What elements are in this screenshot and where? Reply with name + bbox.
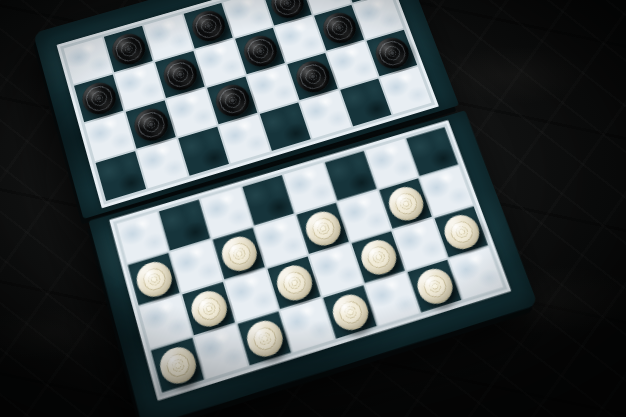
- white-checker[interactable]: [272, 261, 316, 305]
- photo-scene: [0, 0, 626, 417]
- black-checker[interactable]: [239, 32, 280, 71]
- white-checker[interactable]: [328, 290, 373, 334]
- white-checker[interactable]: [242, 316, 286, 361]
- white-checker[interactable]: [187, 286, 231, 330]
- checkers-board: [33, 0, 535, 417]
- white-checker[interactable]: [439, 211, 483, 253]
- black-checker[interactable]: [188, 7, 229, 45]
- white-checker[interactable]: [384, 183, 428, 225]
- black-checker[interactable]: [292, 57, 334, 96]
- white-checker[interactable]: [217, 232, 260, 275]
- black-checker[interactable]: [318, 9, 359, 47]
- black-checker[interactable]: [211, 81, 253, 121]
- white-checker[interactable]: [301, 207, 344, 249]
- white-checker[interactable]: [356, 236, 400, 279]
- white-checker[interactable]: [412, 264, 457, 308]
- white-checker[interactable]: [132, 257, 175, 300]
- black-checker[interactable]: [159, 55, 200, 94]
- black-checker[interactable]: [130, 104, 171, 144]
- black-checker[interactable]: [371, 34, 413, 73]
- black-checker[interactable]: [78, 79, 119, 119]
- white-checker[interactable]: [155, 342, 199, 387]
- black-checker[interactable]: [108, 30, 148, 68]
